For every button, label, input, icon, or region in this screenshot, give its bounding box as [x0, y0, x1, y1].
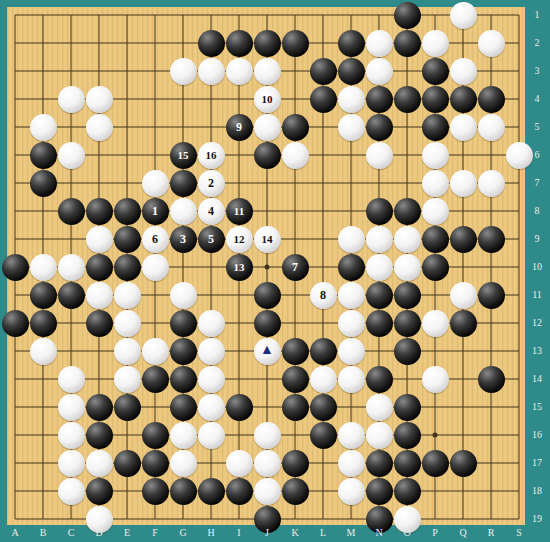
move-number-label: 1: [152, 205, 158, 217]
black-stone: [170, 170, 197, 197]
black-stone: [282, 450, 309, 477]
black-stone: [450, 226, 477, 253]
black-stone: [450, 450, 477, 477]
black-stone: [30, 170, 57, 197]
black-stone: [394, 338, 421, 365]
white-stone: [114, 366, 141, 393]
row-label-17: 17: [532, 458, 542, 468]
white-stone: [422, 366, 449, 393]
row-label-3: 3: [535, 66, 540, 76]
stone-move-14: 14: [254, 226, 281, 253]
stone-move-11: 11: [226, 198, 253, 225]
white-stone: [170, 198, 197, 225]
black-stone: [254, 142, 281, 169]
black-stone: [86, 198, 113, 225]
row-label-15: 15: [532, 402, 542, 412]
black-stone: [338, 254, 365, 281]
black-stone: [366, 282, 393, 309]
black-stone: [450, 310, 477, 337]
black-stone: [478, 366, 505, 393]
white-stone: [226, 450, 253, 477]
black-stone: [226, 478, 253, 505]
white-stone: [170, 282, 197, 309]
white-stone: [226, 58, 253, 85]
black-stone: [394, 478, 421, 505]
white-stone: [422, 170, 449, 197]
black-stone: [310, 58, 337, 85]
column-label-I: I: [237, 528, 240, 538]
column-label-Q: Q: [459, 528, 466, 538]
black-stone: [254, 282, 281, 309]
black-stone: [394, 198, 421, 225]
white-stone: [30, 114, 57, 141]
white-stone: [450, 58, 477, 85]
black-stone: [114, 226, 141, 253]
white-stone: [254, 478, 281, 505]
black-stone: [282, 366, 309, 393]
black-stone: [282, 478, 309, 505]
black-stone: [86, 422, 113, 449]
black-stone: [114, 254, 141, 281]
black-stone: [114, 198, 141, 225]
move-number-label: 13: [234, 261, 245, 272]
column-label-B: B: [40, 528, 47, 538]
black-stone: [394, 30, 421, 57]
white-stone: [422, 30, 449, 57]
white-stone: [254, 450, 281, 477]
white-stone: [366, 58, 393, 85]
black-stone: [30, 142, 57, 169]
white-stone: [394, 226, 421, 253]
move-number-label: 5: [208, 233, 214, 245]
white-stone: [142, 170, 169, 197]
move-number-label: 11: [234, 205, 244, 216]
go-board[interactable]: 10915162141163512141378 ▲: [7, 7, 525, 525]
black-stone: [86, 478, 113, 505]
black-stone: [2, 254, 29, 281]
white-stone: [422, 142, 449, 169]
white-stone: [58, 450, 85, 477]
white-stone: [86, 226, 113, 253]
black-stone: [198, 478, 225, 505]
black-stone: [422, 58, 449, 85]
white-stone: [338, 422, 365, 449]
column-label-G: G: [179, 528, 186, 538]
white-stone: [450, 170, 477, 197]
column-label-L: L: [320, 528, 326, 538]
white-stone: [422, 198, 449, 225]
row-label-5: 5: [535, 122, 540, 132]
white-stone: [338, 310, 365, 337]
black-stone: [2, 310, 29, 337]
black-stone: [114, 450, 141, 477]
black-stone: [226, 394, 253, 421]
move-number-label: 8: [320, 289, 326, 301]
white-stone: [86, 86, 113, 113]
black-stone: [310, 394, 337, 421]
black-stone: [30, 282, 57, 309]
white-stone: [114, 282, 141, 309]
white-stone: [450, 282, 477, 309]
black-stone: [226, 30, 253, 57]
black-stone: [478, 282, 505, 309]
row-label-14: 14: [532, 374, 542, 384]
black-stone: [170, 338, 197, 365]
black-stone: [366, 114, 393, 141]
column-label-K: K: [291, 528, 298, 538]
white-stone: [58, 478, 85, 505]
black-stone: [142, 450, 169, 477]
stone-move-8: 8: [310, 282, 337, 309]
black-stone: [338, 58, 365, 85]
move-number-label: 9: [236, 121, 242, 133]
stone-move-2: 2: [198, 170, 225, 197]
black-stone: [394, 422, 421, 449]
move-number-label: 4: [208, 205, 214, 217]
row-label-6: 6: [535, 150, 540, 160]
move-number-label: 15: [178, 149, 189, 160]
row-label-9: 9: [535, 234, 540, 244]
row-label-18: 18: [532, 486, 542, 496]
black-stone: [422, 86, 449, 113]
stone-move-16: 16: [198, 142, 225, 169]
black-stone: [394, 86, 421, 113]
row-label-1: 1: [535, 10, 540, 20]
white-stone: [58, 254, 85, 281]
white-stone: [338, 450, 365, 477]
white-stone: [366, 254, 393, 281]
white-stone: [478, 170, 505, 197]
black-stone: [422, 226, 449, 253]
black-stone: [282, 338, 309, 365]
row-label-10: 10: [532, 262, 542, 272]
white-stone: [338, 366, 365, 393]
white-stone: [450, 2, 477, 29]
white-stone: [310, 366, 337, 393]
stone-move-9: 9: [226, 114, 253, 141]
black-stone: [366, 478, 393, 505]
black-stone: [394, 450, 421, 477]
move-number-label: 10: [262, 93, 273, 104]
white-stone: [142, 254, 169, 281]
black-stone: [282, 114, 309, 141]
move-number-label: 3: [180, 233, 186, 245]
black-stone: [310, 422, 337, 449]
black-stone: [254, 310, 281, 337]
column-label-M: M: [347, 528, 356, 538]
white-stone: [114, 338, 141, 365]
row-label-11: 11: [532, 290, 542, 300]
white-stone: [338, 86, 365, 113]
stone-move-15: 15: [170, 142, 197, 169]
black-stone: [422, 254, 449, 281]
white-stone: [478, 30, 505, 57]
white-stone: [58, 142, 85, 169]
move-number-label: 12: [234, 233, 245, 244]
black-stone: [86, 394, 113, 421]
white-stone: [450, 114, 477, 141]
white-stone: [506, 142, 533, 169]
row-label-2: 2: [535, 38, 540, 48]
white-stone: [142, 338, 169, 365]
white-stone: [366, 394, 393, 421]
move-number-label: 14: [262, 233, 273, 244]
black-stone: [394, 2, 421, 29]
stone-move-12: 12: [226, 226, 253, 253]
black-stone: [338, 30, 365, 57]
white-stone: [30, 254, 57, 281]
black-stone: [422, 450, 449, 477]
white-stone: [170, 422, 197, 449]
black-stone: [366, 198, 393, 225]
white-stone: [478, 114, 505, 141]
white-stone: [86, 114, 113, 141]
stone-move-13: 13: [226, 254, 253, 281]
white-stone: [282, 142, 309, 169]
white-stone: [86, 282, 113, 309]
white-stone: [30, 338, 57, 365]
move-number-label: 7: [292, 261, 298, 273]
white-stone: [366, 30, 393, 57]
white-stone: [422, 310, 449, 337]
black-stone: [254, 30, 281, 57]
white-stone: [58, 86, 85, 113]
black-stone: [282, 394, 309, 421]
white-stone: [338, 226, 365, 253]
stone-move-6: 6: [142, 226, 169, 253]
row-label-19: 19: [532, 514, 542, 524]
black-stone: [58, 198, 85, 225]
white-stone: [366, 422, 393, 449]
black-stone: [478, 86, 505, 113]
black-stone: [366, 366, 393, 393]
stone-move-7: 7: [282, 254, 309, 281]
white-stone: [58, 422, 85, 449]
black-stone: [310, 86, 337, 113]
stone-move-3: 3: [170, 226, 197, 253]
black-stone: [142, 366, 169, 393]
move-number-label: 16: [206, 149, 217, 160]
white-stone: [170, 450, 197, 477]
white-stone: [198, 310, 225, 337]
row-label-4: 4: [535, 94, 540, 104]
white-stone: [338, 114, 365, 141]
column-label-E: E: [124, 528, 130, 538]
column-label-D: D: [95, 528, 102, 538]
column-label-A: A: [11, 528, 18, 538]
white-stone: [366, 226, 393, 253]
black-stone: [282, 30, 309, 57]
black-stone: [86, 254, 113, 281]
triangle-marker: ▲: [260, 343, 274, 357]
white-stone: [114, 310, 141, 337]
row-label-13: 13: [532, 346, 542, 356]
white-stone: [366, 142, 393, 169]
column-label-J: J: [265, 528, 269, 538]
black-stone: [366, 310, 393, 337]
black-stone: [198, 30, 225, 57]
black-stone: [170, 394, 197, 421]
white-stone: [198, 338, 225, 365]
white-stone: [198, 394, 225, 421]
column-label-P: P: [432, 528, 438, 538]
black-stone: [394, 282, 421, 309]
black-stone: [86, 310, 113, 337]
black-stone: [170, 366, 197, 393]
column-label-O: O: [403, 528, 410, 538]
white-stone: [86, 450, 113, 477]
black-stone: [478, 226, 505, 253]
column-label-F: F: [152, 528, 158, 538]
black-stone: [170, 310, 197, 337]
stone-move-10: 10: [254, 86, 281, 113]
black-stone: [422, 114, 449, 141]
white-stone: [58, 366, 85, 393]
column-label-C: C: [68, 528, 75, 538]
white-stone: [198, 422, 225, 449]
black-stone: [450, 86, 477, 113]
row-label-16: 16: [532, 430, 542, 440]
go-game-window: 10915162141163512141378 ▲ ABCDEFGHIJKLMN…: [0, 0, 550, 542]
black-stone: [114, 394, 141, 421]
column-label-S: S: [516, 528, 522, 538]
white-stone: [394, 254, 421, 281]
column-label-R: R: [488, 528, 495, 538]
stone-move-4: 4: [198, 198, 225, 225]
stone-move-1: 1: [142, 198, 169, 225]
black-stone: [310, 338, 337, 365]
black-stone: [170, 478, 197, 505]
stone-move-5: 5: [198, 226, 225, 253]
white-stone: [58, 394, 85, 421]
black-stone: [394, 310, 421, 337]
white-stone: [198, 58, 225, 85]
black-stone: [394, 394, 421, 421]
black-stone: [366, 86, 393, 113]
move-number-label: 2: [208, 177, 214, 189]
move-number-label: 6: [152, 233, 158, 245]
row-label-8: 8: [535, 206, 540, 216]
white-stone: [338, 338, 365, 365]
black-stone: [142, 478, 169, 505]
white-stone: [254, 58, 281, 85]
white-stone: [338, 478, 365, 505]
column-label-N: N: [375, 528, 382, 538]
white-stone: [254, 114, 281, 141]
column-label-H: H: [207, 528, 214, 538]
white-stone: [254, 422, 281, 449]
row-label-12: 12: [532, 318, 542, 328]
white-stone: [198, 366, 225, 393]
black-stone: [58, 282, 85, 309]
white-stone: [338, 282, 365, 309]
row-label-7: 7: [535, 178, 540, 188]
black-stone: [366, 450, 393, 477]
black-stone: [142, 422, 169, 449]
white-stone: [170, 58, 197, 85]
black-stone: [30, 310, 57, 337]
